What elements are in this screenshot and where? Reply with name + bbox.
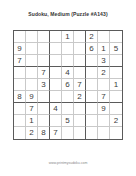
cell-r9c1[interactable] xyxy=(14,127,26,139)
cell-r4c3[interactable]: 7 xyxy=(38,67,50,79)
cell-r3c2[interactable] xyxy=(26,55,38,67)
cell-r3c5[interactable] xyxy=(62,55,74,67)
cell-r4c2[interactable] xyxy=(26,67,38,79)
page: Sudoku, Medium (Puzzle #A143) 1296157374… xyxy=(0,0,136,176)
cell-r7c4[interactable]: 4 xyxy=(50,103,62,115)
cell-r6c3[interactable] xyxy=(38,91,50,103)
cell-r9c3[interactable]: 8 xyxy=(38,127,50,139)
footer-url: www.printmysudoku.com xyxy=(0,161,136,165)
cell-r9c4[interactable]: 7 xyxy=(50,127,62,139)
cell-r8c8[interactable] xyxy=(98,115,110,127)
cell-r5c7[interactable] xyxy=(86,79,98,91)
cell-r1c8[interactable] xyxy=(98,31,110,43)
cell-r5c8[interactable] xyxy=(98,79,110,91)
cell-r5c3[interactable]: 3 xyxy=(38,79,50,91)
cell-r6c8[interactable]: 7 xyxy=(98,91,110,103)
cell-r9c5[interactable] xyxy=(62,127,74,139)
cell-r7c5[interactable] xyxy=(62,103,74,115)
cell-r3c7[interactable] xyxy=(86,55,98,67)
cell-r7c1[interactable] xyxy=(14,103,26,115)
cell-r6c2[interactable]: 9 xyxy=(26,91,38,103)
cell-r8c5[interactable]: 5 xyxy=(62,115,74,127)
cell-r7c7[interactable] xyxy=(86,103,98,115)
cell-r8c6[interactable] xyxy=(74,115,86,127)
cell-r9c8[interactable] xyxy=(98,127,110,139)
cell-r7c9[interactable] xyxy=(110,103,122,115)
cell-r5c9[interactable]: 1 xyxy=(110,79,122,91)
cell-r8c2[interactable]: 1 xyxy=(26,115,38,127)
cell-r9c7[interactable] xyxy=(86,127,98,139)
cell-r4c8[interactable]: 2 xyxy=(98,67,110,79)
cell-r6c5[interactable] xyxy=(62,91,74,103)
cell-r2c1[interactable]: 9 xyxy=(14,43,26,55)
cell-r2c4[interactable] xyxy=(50,43,62,55)
cell-r3c9[interactable] xyxy=(110,55,122,67)
cell-r4c4[interactable] xyxy=(50,67,62,79)
cell-r5c1[interactable] xyxy=(14,79,26,91)
cell-r8c7[interactable] xyxy=(86,115,98,127)
cell-r5c2[interactable] xyxy=(26,79,38,91)
cell-r1c9[interactable] xyxy=(110,31,122,43)
cell-r6c9[interactable] xyxy=(110,91,122,103)
cell-r4c1[interactable] xyxy=(14,67,26,79)
cell-r2c8[interactable]: 1 xyxy=(98,43,110,55)
cell-r8c3[interactable] xyxy=(38,115,50,127)
cell-r8c9[interactable]: 2 xyxy=(110,115,122,127)
cell-r3c3[interactable] xyxy=(38,55,50,67)
cell-r6c1[interactable]: 8 xyxy=(14,91,26,103)
cell-r3c8[interactable]: 3 xyxy=(98,55,110,67)
cell-r2c7[interactable]: 6 xyxy=(86,43,98,55)
cell-r9c9[interactable] xyxy=(110,127,122,139)
cell-r3c4[interactable] xyxy=(50,55,62,67)
cell-r4c7[interactable] xyxy=(86,67,98,79)
cell-r4c9[interactable] xyxy=(110,67,122,79)
cell-r6c6[interactable]: 2 xyxy=(74,91,86,103)
cell-r5c6[interactable]: 7 xyxy=(74,79,86,91)
cell-r5c5[interactable]: 6 xyxy=(62,79,74,91)
cell-r9c2[interactable]: 2 xyxy=(26,127,38,139)
puzzle-title: Sudoku, Medium (Puzzle #A143) xyxy=(0,11,136,17)
cell-r7c8[interactable]: 9 xyxy=(98,103,110,115)
cell-r2c2[interactable] xyxy=(26,43,38,55)
cell-r1c6[interactable] xyxy=(74,31,86,43)
cell-r1c1[interactable] xyxy=(14,31,26,43)
cell-r2c3[interactable] xyxy=(38,43,50,55)
cell-r8c1[interactable] xyxy=(14,115,26,127)
cell-r1c4[interactable] xyxy=(50,31,62,43)
cell-r2c6[interactable] xyxy=(74,43,86,55)
cell-r3c6[interactable] xyxy=(74,55,86,67)
cell-r6c4[interactable] xyxy=(50,91,62,103)
cell-r4c6[interactable] xyxy=(74,67,86,79)
cell-r3c1[interactable]: 7 xyxy=(14,55,26,67)
cell-r2c9[interactable]: 5 xyxy=(110,43,122,55)
cell-r1c5[interactable]: 1 xyxy=(62,31,74,43)
cell-r4c5[interactable]: 4 xyxy=(62,67,74,79)
cell-r2c5[interactable] xyxy=(62,43,74,55)
cell-r7c6[interactable] xyxy=(74,103,86,115)
sudoku-grid: 1296157374236718927749152287 xyxy=(13,30,123,140)
cell-r1c3[interactable] xyxy=(38,31,50,43)
cell-r9c6[interactable] xyxy=(74,127,86,139)
cell-r8c4[interactable] xyxy=(50,115,62,127)
cell-r1c2[interactable] xyxy=(26,31,38,43)
cell-r6c7[interactable] xyxy=(86,91,98,103)
cell-r7c2[interactable]: 7 xyxy=(26,103,38,115)
cell-r7c3[interactable] xyxy=(38,103,50,115)
cell-r5c4[interactable] xyxy=(50,79,62,91)
cell-r1c7[interactable]: 2 xyxy=(86,31,98,43)
